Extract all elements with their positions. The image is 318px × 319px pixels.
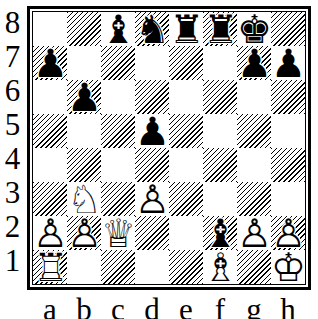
square-h5[interactable] [271,114,305,148]
file-label-a: a [33,294,67,319]
piece-bP-b6: ♟ [67,80,101,114]
file-label-g: g [237,294,271,319]
rank-labels: 8 7 6 5 4 3 2 1 [0,12,25,284]
square-c1[interactable] [101,250,135,284]
square-b1[interactable] [67,250,101,284]
square-c4[interactable] [101,148,135,182]
square-a7[interactable]: ♟ [33,46,67,80]
piece-bP-h7: ♟ [271,46,305,80]
square-a1[interactable]: ♜♖ [33,250,67,284]
board-grid: ♝♞♜♜♚♟♟♟♟♟♞♘♟♙♟♙♟♙♛♕♝♟♙♟♙♜♖♝♗♚♔ [33,12,305,284]
square-e8[interactable]: ♜ [169,12,203,46]
square-a6[interactable] [33,80,67,114]
square-g2[interactable]: ♟♙ [237,216,271,250]
piece-bP-d5: ♟ [135,114,169,148]
board-frame: ♝♞♜♜♚♟♟♟♟♟♞♘♟♙♟♙♟♙♛♕♝♟♙♟♙♜♖♝♗♚♔ [27,6,311,290]
square-c5[interactable] [101,114,135,148]
piece-bR-f8: ♜ [203,12,237,46]
square-g7[interactable]: ♟ [237,46,271,80]
square-e7[interactable] [169,46,203,80]
file-label-d: d [135,294,169,319]
square-h4[interactable] [271,148,305,182]
square-d7[interactable] [135,46,169,80]
square-d5[interactable]: ♟ [135,114,169,148]
square-f7[interactable] [203,46,237,80]
square-d2[interactable] [135,216,169,250]
square-h1[interactable]: ♚♔ [271,250,305,284]
chess-diagram-page: 8 7 6 5 4 3 2 1 ♝♞♜♜♚♟♟♟♟♟♞♘♟♙♟♙♟♙♛♕♝♟♙♟… [0,0,318,319]
piece-wB-f1: ♝♗ [203,250,237,284]
piece-wP-d3: ♟♙ [135,182,169,216]
file-label-c: c [101,294,135,319]
file-labels: a b c d e f g h [33,294,305,319]
file-label-b: b [67,294,101,319]
square-g1[interactable] [237,250,271,284]
square-c2[interactable]: ♛♕ [101,216,135,250]
square-b6[interactable]: ♟ [67,80,101,114]
square-f1[interactable]: ♝♗ [203,250,237,284]
square-h6[interactable] [271,80,305,114]
square-h7[interactable]: ♟ [271,46,305,80]
piece-bR-e8: ♜ [169,12,203,46]
rank-label-1: 1 [0,243,25,284]
square-b2[interactable]: ♟♙ [67,216,101,250]
piece-bN-d8: ♞ [135,12,169,46]
square-c8[interactable]: ♝ [101,12,135,46]
square-g6[interactable] [237,80,271,114]
square-e1[interactable] [169,250,203,284]
piece-wR-a1: ♜♖ [33,250,67,284]
square-f4[interactable] [203,148,237,182]
square-d1[interactable] [135,250,169,284]
file-label-f: f [203,294,237,319]
square-b5[interactable] [67,114,101,148]
piece-wQ-c2: ♛♕ [101,216,135,250]
piece-wP-b2: ♟♙ [67,216,101,250]
square-a5[interactable] [33,114,67,148]
file-label-h: h [271,294,305,319]
square-b8[interactable] [67,12,101,46]
piece-wK-h1: ♚♔ [271,250,305,284]
board-inner-frame: ♝♞♜♜♚♟♟♟♟♟♞♘♟♙♟♙♟♙♛♕♝♟♙♟♙♜♖♝♗♚♔ [32,11,306,285]
square-g5[interactable] [237,114,271,148]
piece-bP-g7: ♟ [237,46,271,80]
square-d8[interactable]: ♞ [135,12,169,46]
square-d3[interactable]: ♟♙ [135,182,169,216]
square-f8[interactable]: ♜ [203,12,237,46]
square-e6[interactable] [169,80,203,114]
piece-bP-a7: ♟ [33,46,67,80]
square-a4[interactable] [33,148,67,182]
square-c6[interactable] [101,80,135,114]
square-g4[interactable] [237,148,271,182]
piece-wP-g2: ♟♙ [237,216,271,250]
square-e2[interactable] [169,216,203,250]
square-e3[interactable] [169,182,203,216]
square-e5[interactable] [169,114,203,148]
file-label-e: e [169,294,203,319]
piece-bB-c8: ♝ [101,12,135,46]
square-f6[interactable] [203,80,237,114]
square-f5[interactable] [203,114,237,148]
square-c7[interactable] [101,46,135,80]
square-e4[interactable] [169,148,203,182]
